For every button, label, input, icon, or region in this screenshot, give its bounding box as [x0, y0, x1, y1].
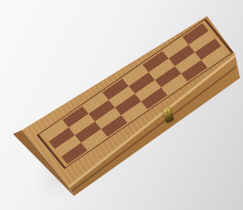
board-square [129, 72, 155, 93]
board-square [55, 135, 81, 156]
board-square [135, 80, 161, 101]
board-square [75, 121, 101, 142]
board-square [149, 59, 175, 80]
board-square [95, 108, 121, 129]
board-square [109, 86, 135, 107]
photo-scene [0, 0, 243, 210]
board-square [175, 52, 201, 73]
board-square [195, 39, 221, 60]
board-square [189, 31, 215, 52]
board-square [115, 94, 141, 115]
board-square [183, 23, 209, 44]
board-square [49, 128, 75, 149]
board-square [163, 37, 189, 58]
board-square [69, 114, 95, 135]
board-square [155, 66, 181, 87]
board-square [169, 45, 195, 66]
board-square [89, 100, 115, 121]
